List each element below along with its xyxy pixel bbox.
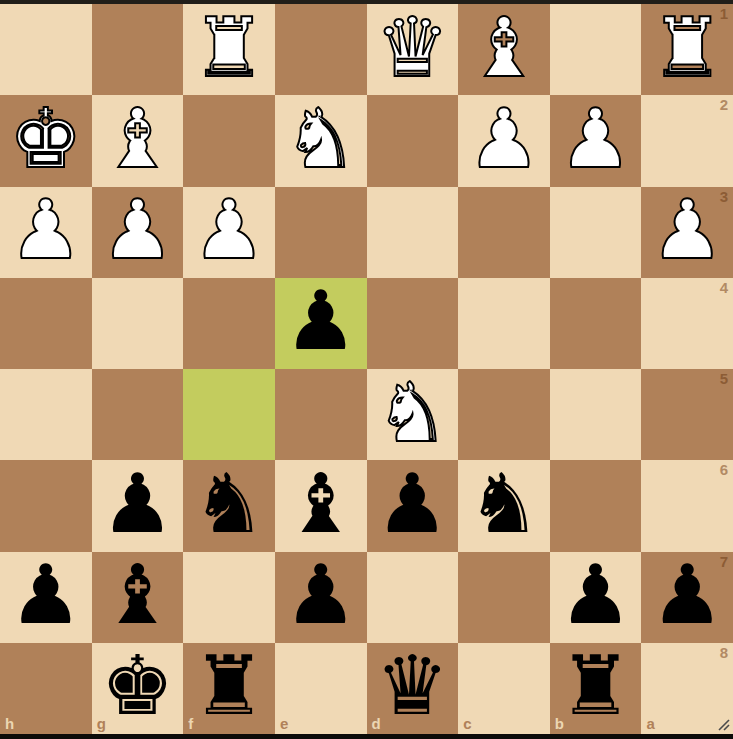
piece-white-rook[interactable]: ♜ xyxy=(650,7,724,89)
piece-white-pawn[interactable]: ♟ xyxy=(9,189,83,271)
square-e1[interactable] xyxy=(275,4,367,95)
square-g6[interactable]: ♟ xyxy=(92,460,184,551)
piece-black-knight[interactable]: ♞ xyxy=(192,463,266,545)
square-d7[interactable] xyxy=(367,552,459,643)
file-label-c: c xyxy=(463,715,471,733)
square-d1[interactable]: ♛ xyxy=(367,4,459,95)
rank-label-6: 6 xyxy=(720,461,728,479)
square-g7[interactable]: ♝ xyxy=(92,552,184,643)
piece-white-rook[interactable]: ♜ xyxy=(192,7,266,89)
piece-white-bishop[interactable]: ♝ xyxy=(467,7,541,89)
piece-black-pawn[interactable]: ♟ xyxy=(101,463,175,545)
file-label-d: d xyxy=(372,715,381,733)
square-e3[interactable] xyxy=(275,187,367,278)
square-a3[interactable]: ♟3 xyxy=(641,187,733,278)
square-c4[interactable] xyxy=(458,278,550,369)
piece-white-bishop[interactable]: ♝ xyxy=(101,98,175,180)
square-a7[interactable]: ♟7 xyxy=(641,552,733,643)
square-h1[interactable] xyxy=(0,4,92,95)
piece-black-king[interactable]: ♚ xyxy=(101,645,175,727)
square-d8[interactable]: ♛d xyxy=(367,643,459,734)
square-b4[interactable] xyxy=(550,278,642,369)
square-f6[interactable]: ♞ xyxy=(183,460,275,551)
square-f4[interactable] xyxy=(183,278,275,369)
square-b7[interactable]: ♟ xyxy=(550,552,642,643)
piece-black-pawn[interactable]: ♟ xyxy=(9,554,83,636)
square-b8[interactable]: ♜b xyxy=(550,643,642,734)
square-b1[interactable] xyxy=(550,4,642,95)
rank-label-5: 5 xyxy=(720,370,728,388)
square-d4[interactable] xyxy=(367,278,459,369)
piece-white-pawn[interactable]: ♟ xyxy=(192,189,266,271)
square-c6[interactable]: ♞ xyxy=(458,460,550,551)
piece-black-pawn[interactable]: ♟ xyxy=(376,463,450,545)
board-bottom-edge xyxy=(0,734,733,739)
piece-black-pawn[interactable]: ♟ xyxy=(559,554,633,636)
square-a6[interactable]: 6 xyxy=(641,460,733,551)
square-a8[interactable]: 8a xyxy=(641,643,733,734)
piece-white-knight[interactable]: ♞ xyxy=(376,372,450,454)
square-d2[interactable] xyxy=(367,95,459,186)
square-c8[interactable]: c xyxy=(458,643,550,734)
square-c2[interactable]: ♟ xyxy=(458,95,550,186)
rank-label-7: 7 xyxy=(720,553,728,571)
square-a1[interactable]: ♜1 xyxy=(641,4,733,95)
square-f3[interactable]: ♟ xyxy=(183,187,275,278)
square-b2[interactable]: ♟ xyxy=(550,95,642,186)
square-g8[interactable]: ♚g xyxy=(92,643,184,734)
square-d5[interactable]: ♞ xyxy=(367,369,459,460)
square-a2[interactable]: 2 xyxy=(641,95,733,186)
square-h5[interactable] xyxy=(0,369,92,460)
rank-label-2: 2 xyxy=(720,96,728,114)
piece-white-king[interactable]: ♚ xyxy=(9,98,83,180)
piece-black-pawn[interactable]: ♟ xyxy=(284,554,358,636)
square-e2[interactable]: ♞ xyxy=(275,95,367,186)
piece-black-queen[interactable]: ♛ xyxy=(376,645,450,727)
square-e7[interactable]: ♟ xyxy=(275,552,367,643)
square-e8[interactable]: e xyxy=(275,643,367,734)
square-f7[interactable] xyxy=(183,552,275,643)
square-f1[interactable]: ♜ xyxy=(183,4,275,95)
rank-label-8: 8 xyxy=(720,644,728,662)
square-c5[interactable] xyxy=(458,369,550,460)
piece-white-pawn[interactable]: ♟ xyxy=(650,189,724,271)
piece-black-pawn[interactable]: ♟ xyxy=(650,554,724,636)
piece-black-rook[interactable]: ♜ xyxy=(192,645,266,727)
square-h3[interactable]: ♟ xyxy=(0,187,92,278)
square-c3[interactable] xyxy=(458,187,550,278)
piece-black-knight[interactable]: ♞ xyxy=(467,463,541,545)
piece-white-queen[interactable]: ♛ xyxy=(376,7,450,89)
square-g4[interactable] xyxy=(92,278,184,369)
square-d3[interactable] xyxy=(367,187,459,278)
file-label-e: e xyxy=(280,715,288,733)
square-h6[interactable] xyxy=(0,460,92,551)
square-h7[interactable]: ♟ xyxy=(0,552,92,643)
piece-black-pawn[interactable]: ♟ xyxy=(284,280,358,362)
square-c7[interactable] xyxy=(458,552,550,643)
piece-white-pawn[interactable]: ♟ xyxy=(101,189,175,271)
rank-label-4: 4 xyxy=(720,279,728,297)
rank-label-3: 3 xyxy=(720,188,728,206)
square-g2[interactable]: ♝ xyxy=(92,95,184,186)
square-c1[interactable]: ♝ xyxy=(458,4,550,95)
page-background: ♜♛♝♜1♚♝♞♟♟2♟♟♟♟3♟4♞5♟♞♝♟♞6♟♝♟♟♟7h♚g♜fe♛d… xyxy=(0,0,733,739)
piece-black-rook[interactable]: ♜ xyxy=(559,645,633,727)
piece-white-pawn[interactable]: ♟ xyxy=(467,98,541,180)
square-h2[interactable]: ♚ xyxy=(0,95,92,186)
square-a4[interactable]: 4 xyxy=(641,278,733,369)
square-e4[interactable]: ♟ xyxy=(275,278,367,369)
rank-label-1: 1 xyxy=(720,5,728,23)
square-b3[interactable] xyxy=(550,187,642,278)
square-f2[interactable] xyxy=(183,95,275,186)
chess-board: ♜♛♝♜1♚♝♞♟♟2♟♟♟♟3♟4♞5♟♞♝♟♞6♟♝♟♟♟7h♚g♜fe♛d… xyxy=(0,4,733,734)
piece-white-pawn[interactable]: ♟ xyxy=(559,98,633,180)
square-h4[interactable] xyxy=(0,278,92,369)
square-h8[interactable]: h xyxy=(0,643,92,734)
square-b6[interactable] xyxy=(550,460,642,551)
square-d6[interactable]: ♟ xyxy=(367,460,459,551)
file-label-b: b xyxy=(555,715,564,733)
file-label-f: f xyxy=(188,715,193,733)
square-g5[interactable] xyxy=(92,369,184,460)
square-f8[interactable]: ♜f xyxy=(183,643,275,734)
square-b5[interactable] xyxy=(550,369,642,460)
piece-white-knight[interactable]: ♞ xyxy=(284,98,358,180)
piece-black-bishop[interactable]: ♝ xyxy=(101,554,175,636)
square-e6[interactable]: ♝ xyxy=(275,460,367,551)
file-label-h: h xyxy=(5,715,14,733)
file-label-g: g xyxy=(97,715,106,733)
file-label-a: a xyxy=(646,715,654,733)
square-g1[interactable] xyxy=(92,4,184,95)
square-f5[interactable] xyxy=(183,369,275,460)
resize-handle-icon[interactable] xyxy=(713,714,731,732)
square-g3[interactable]: ♟ xyxy=(92,187,184,278)
piece-black-bishop[interactable]: ♝ xyxy=(284,463,358,545)
square-e5[interactable] xyxy=(275,369,367,460)
square-a5[interactable]: 5 xyxy=(641,369,733,460)
